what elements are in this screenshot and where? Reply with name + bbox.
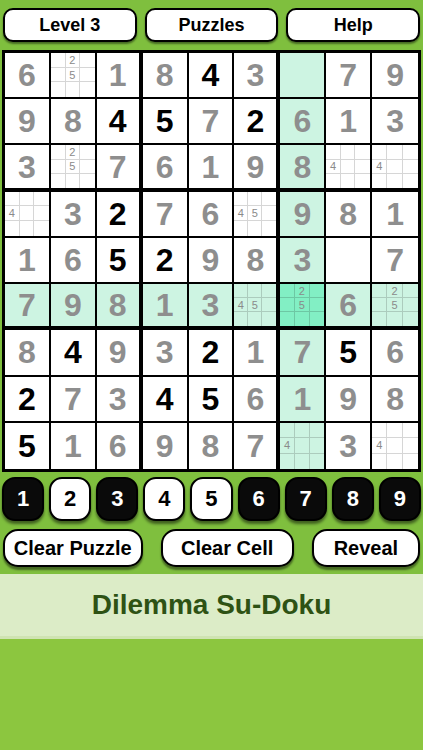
cell-r9c3[interactable]: 6 bbox=[97, 423, 143, 469]
cell-r8c5[interactable]: 5 bbox=[189, 377, 235, 423]
pencil-slot-2 bbox=[387, 145, 402, 159]
pencil-slot-4 bbox=[51, 68, 66, 83]
pencil-slot-5 bbox=[341, 160, 356, 174]
pencil-slot-7 bbox=[280, 454, 295, 469]
user-digit: 5 bbox=[339, 336, 357, 368]
pencil-slot-2: 2 bbox=[66, 53, 81, 68]
title-band: Dilemma Su-Doku bbox=[0, 574, 423, 639]
given-digit: 7 bbox=[293, 336, 311, 368]
cell-r7c7[interactable]: 7 bbox=[280, 330, 326, 376]
given-digit: 6 bbox=[339, 289, 357, 321]
cell-r7c6[interactable]: 1 bbox=[234, 330, 280, 376]
pencil-slot-5: 5 bbox=[248, 298, 262, 312]
given-digit: 3 bbox=[109, 383, 127, 415]
pencil-marks: 25 bbox=[51, 145, 95, 187]
pencil-marks: 25 bbox=[372, 284, 418, 326]
cell-r5c7[interactable]: 3 bbox=[280, 238, 326, 284]
cell-r8c8[interactable]: 9 bbox=[326, 377, 372, 423]
given-digit: 9 bbox=[202, 244, 220, 276]
cell-r7c2[interactable]: 4 bbox=[51, 330, 97, 376]
pencil-slot-6 bbox=[310, 438, 325, 453]
given-digit: 7 bbox=[156, 198, 174, 230]
cell-r3c2[interactable]: 25 bbox=[51, 145, 97, 191]
pencil-slot-3 bbox=[355, 145, 370, 159]
pencil-slot-3 bbox=[262, 192, 276, 207]
pencil-slot-7 bbox=[372, 174, 387, 188]
cell-r1c7[interactable] bbox=[280, 53, 326, 99]
pencil-slot-4: 4 bbox=[234, 298, 248, 312]
digit-button-9[interactable]: 9 bbox=[379, 477, 421, 521]
given-digit: 3 bbox=[339, 430, 357, 462]
pencil-slot-9 bbox=[310, 454, 325, 469]
given-digit: 8 bbox=[18, 336, 36, 368]
given-digit: 6 bbox=[64, 244, 82, 276]
pencil-marks: 4 bbox=[5, 192, 49, 236]
pencil-slot-9 bbox=[355, 174, 370, 188]
given-digit: 1 bbox=[18, 244, 36, 276]
user-digit: 4 bbox=[202, 59, 220, 91]
digit-button-8[interactable]: 8 bbox=[332, 477, 374, 521]
given-digit: 3 bbox=[246, 59, 264, 91]
given-digit: 9 bbox=[109, 336, 127, 368]
digit-button-row: 123456789 bbox=[0, 477, 423, 521]
cell-r3c5[interactable]: 1 bbox=[189, 145, 235, 191]
cell-r4c3[interactable]: 2 bbox=[97, 192, 143, 238]
reveal-button[interactable]: Reveal bbox=[312, 529, 420, 567]
cell-r4c7[interactable]: 9 bbox=[280, 192, 326, 238]
given-digit: 7 bbox=[386, 244, 404, 276]
cell-r4c6[interactable]: 45 bbox=[234, 192, 280, 238]
pencil-slot-9 bbox=[310, 312, 325, 326]
pencil-slot-4: 4 bbox=[372, 160, 387, 174]
given-digit: 6 bbox=[18, 59, 36, 91]
pencil-slot-3 bbox=[310, 284, 325, 298]
pencil-slot-4: 4 bbox=[326, 160, 341, 174]
cell-r7c1[interactable]: 8 bbox=[5, 330, 51, 376]
pencil-marks: 25 bbox=[51, 53, 95, 97]
pencil-slot-5: 5 bbox=[66, 160, 81, 174]
given-digit: 7 bbox=[64, 383, 82, 415]
pencil-slot-8 bbox=[341, 174, 356, 188]
level-button[interactable]: Level 3 bbox=[3, 8, 137, 42]
cell-r5c9[interactable]: 7 bbox=[372, 238, 418, 284]
pencil-slot-8 bbox=[248, 221, 262, 236]
given-digit: 7 bbox=[246, 430, 264, 462]
pencil-slot-7 bbox=[280, 312, 295, 326]
app-title: Dilemma Su-Doku bbox=[92, 589, 332, 621]
given-digit: 8 bbox=[64, 105, 82, 137]
digit-button-1[interactable]: 1 bbox=[2, 477, 44, 521]
pencil-slot-4: 4 bbox=[280, 438, 295, 453]
user-digit: 4 bbox=[64, 336, 82, 368]
pencil-slot-1 bbox=[51, 145, 66, 159]
pencil-slot-1 bbox=[372, 423, 387, 438]
cell-r1c1[interactable]: 6 bbox=[5, 53, 51, 99]
pencil-slot-7 bbox=[5, 221, 20, 236]
cell-r2c8[interactable]: 1 bbox=[326, 99, 372, 145]
cell-r4c8[interactable]: 8 bbox=[326, 192, 372, 238]
given-digit: 1 bbox=[202, 151, 220, 183]
cell-r8c2[interactable]: 7 bbox=[51, 377, 97, 423]
pencil-slot-1 bbox=[372, 284, 387, 298]
pencil-slot-3 bbox=[403, 423, 418, 438]
cell-r3c4[interactable]: 6 bbox=[143, 145, 189, 191]
given-digit: 1 bbox=[109, 59, 127, 91]
cell-r1c4[interactable]: 8 bbox=[143, 53, 189, 99]
pencil-slot-9 bbox=[403, 312, 418, 326]
given-digit: 9 bbox=[156, 430, 174, 462]
cell-r8c6[interactable]: 6 bbox=[234, 377, 280, 423]
given-digit: 8 bbox=[386, 383, 404, 415]
cell-r1c5[interactable]: 4 bbox=[189, 53, 235, 99]
user-digit: 4 bbox=[156, 383, 174, 415]
cell-r6c6[interactable]: 45 bbox=[234, 284, 280, 330]
given-digit: 3 bbox=[18, 151, 36, 183]
clear-puzzle-button[interactable]: Clear Puzzle bbox=[3, 529, 143, 567]
digit-button-4[interactable]: 4 bbox=[143, 477, 185, 521]
pencil-slot-7 bbox=[234, 221, 248, 236]
pencil-slot-5 bbox=[387, 438, 402, 453]
action-button-row: Clear Puzzle Clear Cell Reveal bbox=[0, 529, 423, 567]
pencil-slot-8 bbox=[387, 312, 402, 326]
pencil-slot-4: 4 bbox=[372, 438, 387, 453]
user-digit: 4 bbox=[109, 105, 127, 137]
cell-r6c4[interactable]: 1 bbox=[143, 284, 189, 330]
given-digit: 6 bbox=[246, 383, 264, 415]
pencil-slot-8 bbox=[295, 454, 310, 469]
digit-button-5[interactable]: 5 bbox=[190, 477, 232, 521]
clear-cell-button[interactable]: Clear Cell bbox=[161, 529, 294, 567]
sudoku-board: 6251843799845726133257619844432764598116… bbox=[2, 50, 421, 472]
given-digit: 9 bbox=[386, 59, 404, 91]
pencil-marks: 4 bbox=[326, 145, 370, 187]
footer-area bbox=[0, 639, 423, 750]
given-digit: 1 bbox=[386, 198, 404, 230]
cell-r6c7[interactable]: 25 bbox=[280, 284, 326, 330]
pencil-slot-2: 2 bbox=[66, 145, 81, 159]
user-digit: 2 bbox=[18, 383, 36, 415]
given-digit: 1 bbox=[293, 383, 311, 415]
pencil-slot-3 bbox=[403, 284, 418, 298]
pencil-marks: 25 bbox=[280, 284, 324, 326]
pencil-marks: 4 bbox=[372, 145, 418, 187]
user-digit: 2 bbox=[246, 105, 264, 137]
pencil-slot-3 bbox=[310, 423, 325, 438]
cell-r4c2[interactable]: 3 bbox=[51, 192, 97, 238]
cell-r4c4[interactable]: 7 bbox=[143, 192, 189, 238]
pencil-slot-5 bbox=[387, 160, 402, 174]
given-digit: 9 bbox=[18, 105, 36, 137]
pencil-slot-1 bbox=[372, 145, 387, 159]
pencil-slot-8 bbox=[387, 454, 402, 469]
cell-r3c7[interactable]: 8 bbox=[280, 145, 326, 191]
pencil-slot-7 bbox=[51, 82, 66, 97]
user-digit: 2 bbox=[202, 336, 220, 368]
pencil-slot-3 bbox=[80, 53, 95, 68]
cell-r7c4[interactable]: 3 bbox=[143, 330, 189, 376]
pencil-slot-1 bbox=[51, 53, 66, 68]
cell-r1c8[interactable]: 7 bbox=[326, 53, 372, 99]
pencil-slot-4: 4 bbox=[5, 206, 20, 221]
user-digit: 5 bbox=[156, 105, 174, 137]
cell-r5c6[interactable]: 8 bbox=[234, 238, 280, 284]
cell-r2c5[interactable]: 7 bbox=[189, 99, 235, 145]
pencil-slot-5 bbox=[295, 438, 310, 453]
cell-r9c2[interactable]: 1 bbox=[51, 423, 97, 469]
cell-r5c4[interactable]: 2 bbox=[143, 238, 189, 284]
pencil-slot-6 bbox=[34, 206, 49, 221]
cell-r8c4[interactable]: 4 bbox=[143, 377, 189, 423]
pencil-slot-6 bbox=[80, 160, 95, 174]
cell-r7c5[interactable]: 2 bbox=[189, 330, 235, 376]
cell-r4c5[interactable]: 6 bbox=[189, 192, 235, 238]
pencil-slot-3 bbox=[34, 192, 49, 207]
cell-r2c1[interactable]: 9 bbox=[5, 99, 51, 145]
sudoku-app: Level 3 Puzzles Help 6251843799845726133… bbox=[0, 0, 423, 750]
pencil-slot-2: 2 bbox=[295, 284, 310, 298]
cell-r2c4[interactable]: 5 bbox=[143, 99, 189, 145]
cell-r8c7[interactable]: 1 bbox=[280, 377, 326, 423]
pencil-slot-6 bbox=[80, 68, 95, 83]
cell-r6c3[interactable]: 8 bbox=[97, 284, 143, 330]
help-button[interactable]: Help bbox=[286, 8, 420, 42]
cell-r6c9[interactable]: 25 bbox=[372, 284, 418, 330]
cell-r4c9[interactable]: 1 bbox=[372, 192, 418, 238]
pencil-slot-8 bbox=[248, 312, 262, 326]
cell-r1c6[interactable]: 3 bbox=[234, 53, 280, 99]
cell-r5c5[interactable]: 9 bbox=[189, 238, 235, 284]
cell-r7c3[interactable]: 9 bbox=[97, 330, 143, 376]
pencil-slot-2 bbox=[387, 423, 402, 438]
cell-r1c2[interactable]: 25 bbox=[51, 53, 97, 99]
cell-r2c7[interactable]: 6 bbox=[280, 99, 326, 145]
pencil-slot-8 bbox=[66, 82, 81, 97]
toolbar: Level 3 Puzzles Help bbox=[0, 0, 423, 50]
pencil-slot-1 bbox=[280, 284, 295, 298]
given-digit: 3 bbox=[156, 336, 174, 368]
cell-r9c4[interactable]: 9 bbox=[143, 423, 189, 469]
pencil-marks: 45 bbox=[234, 284, 276, 326]
user-digit: 2 bbox=[156, 244, 174, 276]
user-digit: 5 bbox=[109, 244, 127, 276]
given-digit: 1 bbox=[156, 289, 174, 321]
pencil-slot-3 bbox=[80, 145, 95, 159]
pencil-slot-6 bbox=[310, 298, 325, 312]
cell-r1c9[interactable]: 9 bbox=[372, 53, 418, 99]
given-digit: 1 bbox=[246, 336, 264, 368]
given-digit: 9 bbox=[246, 151, 264, 183]
cell-r9c5[interactable]: 8 bbox=[189, 423, 235, 469]
cell-r2c3[interactable]: 4 bbox=[97, 99, 143, 145]
given-digit: 1 bbox=[339, 105, 357, 137]
given-digit: 8 bbox=[339, 198, 357, 230]
cell-r6c2[interactable]: 9 bbox=[51, 284, 97, 330]
given-digit: 8 bbox=[156, 59, 174, 91]
pencil-slot-6 bbox=[403, 298, 418, 312]
pencil-slot-4: 4 bbox=[234, 206, 248, 221]
cell-r9c8[interactable]: 3 bbox=[326, 423, 372, 469]
given-digit: 1 bbox=[64, 430, 82, 462]
pencil-slot-3 bbox=[403, 145, 418, 159]
user-digit: 2 bbox=[109, 198, 127, 230]
given-digit: 6 bbox=[202, 198, 220, 230]
pencil-slot-9 bbox=[80, 82, 95, 97]
pencil-slot-9 bbox=[262, 221, 276, 236]
pencil-slot-5: 5 bbox=[387, 298, 402, 312]
cell-r2c6[interactable]: 2 bbox=[234, 99, 280, 145]
pencil-slot-4 bbox=[280, 298, 295, 312]
cell-r7c8[interactable]: 5 bbox=[326, 330, 372, 376]
cell-r5c8[interactable] bbox=[326, 238, 372, 284]
cell-r3c1[interactable]: 3 bbox=[5, 145, 51, 191]
pencil-slot-8 bbox=[295, 312, 310, 326]
pencil-slot-2 bbox=[248, 192, 262, 207]
pencil-slot-5 bbox=[20, 206, 35, 221]
cell-r9c7[interactable]: 4 bbox=[280, 423, 326, 469]
pencil-slot-2 bbox=[341, 145, 356, 159]
digit-button-2[interactable]: 2 bbox=[49, 477, 91, 521]
given-digit: 7 bbox=[339, 59, 357, 91]
pencil-slot-4 bbox=[51, 160, 66, 174]
pencil-slot-9 bbox=[403, 174, 418, 188]
cell-r8c1[interactable]: 2 bbox=[5, 377, 51, 423]
pencil-marks: 4 bbox=[280, 423, 324, 469]
cell-r3c6[interactable]: 9 bbox=[234, 145, 280, 191]
cell-r1c3[interactable]: 1 bbox=[97, 53, 143, 99]
given-digit: 8 bbox=[246, 244, 264, 276]
cell-r5c3[interactable]: 5 bbox=[97, 238, 143, 284]
pencil-slot-5: 5 bbox=[248, 206, 262, 221]
pencil-slot-1 bbox=[280, 423, 295, 438]
pencil-slot-1 bbox=[5, 192, 20, 207]
given-digit: 6 bbox=[156, 151, 174, 183]
user-digit: 5 bbox=[18, 430, 36, 462]
given-digit: 9 bbox=[339, 383, 357, 415]
cell-r4c1[interactable]: 4 bbox=[5, 192, 51, 238]
pencil-slot-6 bbox=[262, 206, 276, 221]
pencil-slot-7 bbox=[372, 312, 387, 326]
pencil-slot-5: 5 bbox=[295, 298, 310, 312]
digit-button-3[interactable]: 3 bbox=[96, 477, 138, 521]
given-digit: 7 bbox=[18, 289, 36, 321]
given-digit: 8 bbox=[202, 430, 220, 462]
cell-r2c2[interactable]: 8 bbox=[51, 99, 97, 145]
cell-r8c9[interactable]: 8 bbox=[372, 377, 418, 423]
pencil-slot-2 bbox=[248, 284, 262, 298]
cell-r3c3[interactable]: 7 bbox=[97, 145, 143, 191]
pencil-slot-5: 5 bbox=[66, 68, 81, 83]
given-digit: 3 bbox=[202, 289, 220, 321]
given-digit: 6 bbox=[293, 105, 311, 137]
digit-button-7[interactable]: 7 bbox=[285, 477, 327, 521]
cell-r9c6[interactable]: 7 bbox=[234, 423, 280, 469]
given-digit: 9 bbox=[293, 198, 311, 230]
pencil-slot-8 bbox=[387, 174, 402, 188]
given-digit: 3 bbox=[386, 105, 404, 137]
user-digit: 5 bbox=[202, 383, 220, 415]
pencil-slot-1 bbox=[326, 145, 341, 159]
cell-r6c1[interactable]: 7 bbox=[5, 284, 51, 330]
cell-r8c3[interactable]: 3 bbox=[97, 377, 143, 423]
pencil-slot-8 bbox=[20, 221, 35, 236]
pencil-slot-7 bbox=[234, 312, 248, 326]
pencil-slot-6 bbox=[403, 160, 418, 174]
pencil-slot-3 bbox=[262, 284, 276, 298]
cell-r6c5[interactable]: 3 bbox=[189, 284, 235, 330]
pencil-slot-6 bbox=[403, 438, 418, 453]
pencil-slot-9 bbox=[34, 221, 49, 236]
pencil-slot-9 bbox=[80, 174, 95, 188]
pencil-slot-7 bbox=[51, 174, 66, 188]
pencil-slot-9 bbox=[262, 312, 276, 326]
pencil-slot-6 bbox=[355, 160, 370, 174]
given-digit: 7 bbox=[202, 105, 220, 137]
pencil-slot-7 bbox=[372, 454, 387, 469]
digit-button-6[interactable]: 6 bbox=[238, 477, 280, 521]
given-digit: 3 bbox=[293, 244, 311, 276]
pencil-slot-6 bbox=[262, 298, 276, 312]
cell-r7c9[interactable]: 6 bbox=[372, 330, 418, 376]
given-digit: 8 bbox=[109, 289, 127, 321]
given-digit: 9 bbox=[64, 289, 82, 321]
pencil-slot-1 bbox=[234, 284, 248, 298]
given-digit: 7 bbox=[109, 151, 127, 183]
pencil-slot-8 bbox=[66, 174, 81, 188]
given-digit: 6 bbox=[386, 336, 404, 368]
pencil-slot-2 bbox=[295, 423, 310, 438]
cell-r9c1[interactable]: 5 bbox=[5, 423, 51, 469]
pencil-slot-1 bbox=[234, 192, 248, 207]
pencil-slot-2: 2 bbox=[387, 284, 402, 298]
cell-r3c8[interactable]: 4 bbox=[326, 145, 372, 191]
cell-r3c9[interactable]: 4 bbox=[372, 145, 418, 191]
puzzles-button[interactable]: Puzzles bbox=[145, 8, 279, 42]
pencil-slot-7 bbox=[326, 174, 341, 188]
pencil-marks: 45 bbox=[234, 192, 276, 236]
cell-r6c8[interactable]: 6 bbox=[326, 284, 372, 330]
pencil-slot-9 bbox=[403, 454, 418, 469]
given-digit: 6 bbox=[109, 430, 127, 462]
cell-r5c2[interactable]: 6 bbox=[51, 238, 97, 284]
given-digit: 3 bbox=[64, 198, 82, 230]
given-digit: 8 bbox=[293, 151, 311, 183]
pencil-slot-2 bbox=[20, 192, 35, 207]
cell-r9c9[interactable]: 4 bbox=[372, 423, 418, 469]
cell-r2c9[interactable]: 3 bbox=[372, 99, 418, 145]
cell-r5c1[interactable]: 1 bbox=[5, 238, 51, 284]
pencil-marks: 4 bbox=[372, 423, 418, 469]
pencil-slot-4 bbox=[372, 298, 387, 312]
